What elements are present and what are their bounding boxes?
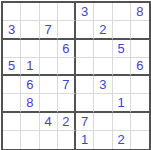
- cell-r2c2[interactable]: [21, 21, 39, 39]
- cell-r6c1[interactable]: [3, 94, 21, 112]
- cell-r8c6[interactable]: [94, 131, 112, 149]
- cell-r8c3[interactable]: [40, 131, 58, 149]
- cell-r4c7[interactable]: [113, 58, 131, 76]
- cell-r1c7[interactable]: [113, 3, 131, 21]
- cell-r3c8[interactable]: [131, 40, 149, 58]
- cell-r3c3[interactable]: [40, 40, 58, 58]
- cell-r1c3[interactable]: [40, 3, 58, 21]
- cell-r6c4[interactable]: [58, 94, 76, 112]
- cell-r3c6[interactable]: [94, 40, 112, 58]
- cell-r4c5[interactable]: [76, 58, 94, 76]
- cell-r3c5[interactable]: [76, 40, 94, 58]
- cell-r5c5[interactable]: [76, 76, 94, 94]
- cell-r8c5[interactable]: 1: [76, 131, 94, 149]
- cell-r3c4[interactable]: 6: [58, 40, 76, 58]
- cell-r6c5[interactable]: [76, 94, 94, 112]
- cell-r8c8[interactable]: [131, 131, 149, 149]
- cell-r1c1[interactable]: [3, 3, 21, 21]
- cell-r2c5[interactable]: [76, 21, 94, 39]
- sudoku-page: 38372655166738142712: [0, 0, 150, 150]
- cell-r2c1[interactable]: 3: [3, 21, 21, 39]
- cell-r6c3[interactable]: [40, 94, 58, 112]
- cell-r5c8[interactable]: [131, 76, 149, 94]
- cell-r3c1[interactable]: [3, 40, 21, 58]
- cell-r4c2[interactable]: 1: [21, 58, 39, 76]
- cell-r5c2[interactable]: 6: [21, 76, 39, 94]
- cell-r4c1[interactable]: 5: [3, 58, 21, 76]
- cell-r4c3[interactable]: [40, 58, 58, 76]
- cell-r7c3[interactable]: 4: [40, 113, 58, 131]
- cell-r2c6[interactable]: 2: [94, 21, 112, 39]
- cell-r3c2[interactable]: [21, 40, 39, 58]
- cell-r7c4[interactable]: 2: [58, 113, 76, 131]
- cell-r6c2[interactable]: 8: [21, 94, 39, 112]
- cell-r7c7[interactable]: [113, 113, 131, 131]
- cell-r7c2[interactable]: [21, 113, 39, 131]
- cell-r1c5[interactable]: 3: [76, 3, 94, 21]
- cell-r2c3[interactable]: 7: [40, 21, 58, 39]
- cell-r2c7[interactable]: [113, 21, 131, 39]
- cell-r5c6[interactable]: 3: [94, 76, 112, 94]
- cell-r2c8[interactable]: [131, 21, 149, 39]
- cell-r7c1[interactable]: [3, 113, 21, 131]
- cell-r4c4[interactable]: [58, 58, 76, 76]
- cell-r7c6[interactable]: [94, 113, 112, 131]
- cell-r5c3[interactable]: [40, 76, 58, 94]
- cell-r2c4[interactable]: [58, 21, 76, 39]
- cell-r5c4[interactable]: 7: [58, 76, 76, 94]
- cell-r4c6[interactable]: [94, 58, 112, 76]
- cell-r6c8[interactable]: [131, 94, 149, 112]
- cell-r1c2[interactable]: [21, 3, 39, 21]
- cell-r8c7[interactable]: 2: [113, 131, 131, 149]
- cell-r8c2[interactable]: [21, 131, 39, 149]
- cell-r8c1[interactable]: [3, 131, 21, 149]
- cell-r4c8[interactable]: 6: [131, 58, 149, 76]
- cell-r1c6[interactable]: [94, 3, 112, 21]
- cell-r5c7[interactable]: [113, 76, 131, 94]
- cell-r8c4[interactable]: [58, 131, 76, 149]
- sudoku-board: 38372655166738142712: [1, 1, 151, 150]
- cell-r3c7[interactable]: 5: [113, 40, 131, 58]
- cell-r5c1[interactable]: [3, 76, 21, 94]
- cell-r1c8[interactable]: 8: [131, 3, 149, 21]
- cell-r6c7[interactable]: 1: [113, 94, 131, 112]
- cell-r7c8[interactable]: [131, 113, 149, 131]
- cell-r6c6[interactable]: [94, 94, 112, 112]
- cell-r1c4[interactable]: [58, 3, 76, 21]
- cell-r7c5[interactable]: 7: [76, 113, 94, 131]
